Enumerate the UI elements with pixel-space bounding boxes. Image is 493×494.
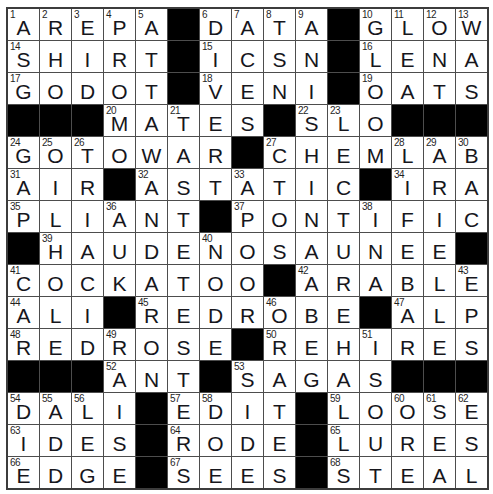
grid-cell[interactable]: 36A — [104, 201, 135, 232]
grid-cell[interactable]: 22S — [296, 105, 327, 136]
grid-cell[interactable]: 9A — [296, 9, 327, 40]
grid-cell[interactable]: E — [232, 73, 263, 104]
cell-letter: L — [328, 433, 359, 455]
grid-cell[interactable]: E — [200, 457, 231, 488]
grid-cell[interactable]: U — [360, 425, 391, 456]
cell-letter: T — [168, 369, 199, 391]
black-cell — [104, 169, 135, 200]
grid-cell[interactable]: H — [40, 41, 71, 72]
grid-cell[interactable]: R — [232, 297, 263, 328]
cell-letter: O — [360, 81, 391, 103]
cell-letter: T — [168, 273, 199, 295]
grid-cell[interactable]: 65L — [328, 425, 359, 456]
grid-cell[interactable]: K — [104, 265, 135, 296]
grid-cell[interactable]: 2R — [40, 9, 71, 40]
grid-cell[interactable]: E — [328, 297, 359, 328]
grid-cell[interactable]: A — [168, 137, 199, 168]
grid-cell[interactable]: N — [360, 233, 391, 264]
cell-letter: T — [264, 177, 295, 199]
grid-cell[interactable]: E — [232, 457, 263, 488]
grid-cell[interactable]: E — [72, 425, 103, 456]
cell-letter: G — [72, 465, 103, 487]
grid-cell[interactable]: R — [104, 41, 135, 72]
cell-letter: I — [296, 81, 327, 103]
grid-cell[interactable]: 48R — [8, 329, 39, 360]
grid-cell[interactable]: E — [168, 297, 199, 328]
cell-letter: W — [456, 17, 487, 39]
grid-cell[interactable]: O — [136, 329, 167, 360]
grid-cell[interactable]: 35P — [8, 201, 39, 232]
grid-cell[interactable]: 58D — [200, 393, 231, 424]
grid-cell[interactable]: M — [360, 137, 391, 168]
grid-cell[interactable]: 27C — [264, 137, 295, 168]
black-cell — [136, 393, 167, 424]
cell-letter: W — [136, 145, 167, 167]
grid-cell[interactable]: G — [296, 361, 327, 392]
grid-cell[interactable]: 8T — [264, 9, 295, 40]
grid-cell[interactable]: R — [200, 137, 231, 168]
cell-letter: L — [424, 273, 455, 295]
cell-letter: M — [104, 113, 135, 135]
grid-cell[interactable]: 63I — [8, 425, 39, 456]
grid-cell[interactable]: 21T — [168, 105, 199, 136]
cell-letter: S — [456, 337, 487, 359]
grid-cell[interactable]: E — [200, 105, 231, 136]
cell-letter: D — [72, 81, 103, 103]
grid-cell[interactable]: E — [424, 425, 455, 456]
grid-cell[interactable]: N — [136, 361, 167, 392]
grid-cell[interactable]: 29A — [424, 137, 455, 168]
grid-cell[interactable]: T — [200, 169, 231, 200]
grid-cell[interactable]: O — [40, 265, 71, 296]
grid-cell[interactable]: N — [296, 41, 327, 72]
grid-cell[interactable]: 28L — [392, 137, 423, 168]
grid-cell[interactable]: 18V — [200, 73, 231, 104]
grid-cell[interactable]: S — [232, 105, 263, 136]
cell-letter: E — [168, 401, 199, 423]
grid-cell[interactable]: S — [456, 425, 487, 456]
cell-letter: A — [424, 145, 455, 167]
black-cell — [328, 9, 359, 40]
cell-letter: S — [264, 49, 295, 71]
grid-cell[interactable]: S — [360, 361, 391, 392]
grid-cell[interactable]: S — [264, 457, 295, 488]
cell-letter: P — [232, 209, 263, 231]
cell-letter: O — [232, 273, 263, 295]
black-cell — [264, 265, 295, 296]
grid-cell[interactable]: S — [168, 169, 199, 200]
black-cell — [296, 457, 327, 488]
cell-letter: E — [40, 337, 71, 359]
cell-letter: D — [200, 305, 231, 327]
black-cell — [8, 105, 39, 136]
grid-cell[interactable]: O — [40, 73, 71, 104]
grid-cell[interactable]: T — [168, 201, 199, 232]
grid-cell[interactable]: T — [168, 361, 199, 392]
black-cell — [168, 41, 199, 72]
cell-letter: O — [104, 81, 135, 103]
grid-cell[interactable]: U — [104, 233, 135, 264]
grid-cell[interactable]: 66E — [8, 457, 39, 488]
cell-letter: L — [328, 401, 359, 423]
cell-letter: B — [296, 305, 327, 327]
black-cell — [264, 105, 295, 136]
grid-cell[interactable]: L — [40, 297, 71, 328]
grid-cell[interactable]: 31A — [8, 169, 39, 200]
cell-letter: P — [104, 17, 135, 39]
grid-cell[interactable]: 24G — [8, 137, 39, 168]
grid-cell[interactable]: T — [424, 73, 455, 104]
grid-cell[interactable]: A — [456, 41, 487, 72]
cell-letter: O — [40, 145, 71, 167]
cell-letter: R — [392, 337, 423, 359]
grid-cell[interactable]: S — [264, 233, 295, 264]
black-cell — [136, 425, 167, 456]
grid-cell[interactable]: A — [392, 73, 423, 104]
cell-letter: H — [296, 145, 327, 167]
grid-cell[interactable]: 33A — [232, 169, 263, 200]
cell-letter: O — [40, 273, 71, 295]
grid-cell[interactable]: D — [232, 425, 263, 456]
grid-cell[interactable]: 3E — [72, 9, 103, 40]
cell-letter: I — [40, 177, 71, 199]
grid-cell[interactable]: E — [200, 329, 231, 360]
cell-letter: O — [104, 145, 135, 167]
crossword-board: 1A2R3E4P5A6D7A8T9A10G11L12O13W14SHIRT15I… — [0, 0, 493, 490]
grid-cell[interactable]: 49R — [104, 329, 135, 360]
cell-letter: A — [8, 177, 39, 199]
cell-letter: S — [168, 337, 199, 359]
grid-cell[interactable]: A — [456, 169, 487, 200]
grid-cell[interactable]: 1A — [8, 9, 39, 40]
cell-letter: N — [296, 49, 327, 71]
grid-cell[interactable]: E — [392, 457, 423, 488]
grid-cell[interactable]: 55A — [40, 393, 71, 424]
cell-letter: I — [72, 49, 103, 71]
grid-cell[interactable]: 19O — [360, 73, 391, 104]
grid-cell[interactable]: 53S — [232, 361, 263, 392]
grid-cell[interactable]: 51I — [360, 329, 391, 360]
cell-letter: G — [360, 17, 391, 39]
grid-cell[interactable]: T — [136, 73, 167, 104]
grid-cell[interactable]: A — [136, 265, 167, 296]
grid-cell[interactable]: E — [40, 329, 71, 360]
grid-cell[interactable]: 14S — [8, 41, 39, 72]
cell-letter: L — [360, 49, 391, 71]
cell-letter: C — [264, 145, 295, 167]
cell-letter: B — [456, 145, 487, 167]
cell-letter: R — [168, 433, 199, 455]
grid-cell[interactable]: 15I — [200, 41, 231, 72]
grid-cell[interactable]: 32A — [136, 169, 167, 200]
grid-cell[interactable]: 64R — [168, 425, 199, 456]
grid-cell[interactable]: S — [264, 41, 295, 72]
cell-letter: F — [392, 209, 423, 231]
grid-cell[interactable]: S — [456, 73, 487, 104]
cell-letter: E — [424, 337, 455, 359]
grid-cell[interactable]: R — [392, 425, 423, 456]
black-cell — [424, 105, 455, 136]
black-cell — [200, 201, 231, 232]
grid-cell[interactable]: 40N — [200, 233, 231, 264]
grid-cell[interactable]: E — [296, 329, 327, 360]
grid-cell[interactable]: F — [392, 201, 423, 232]
cell-letter: S — [232, 369, 263, 391]
cell-letter: S — [456, 81, 487, 103]
grid-cell[interactable]: R — [72, 169, 103, 200]
cell-letter: S — [328, 465, 359, 487]
grid-cell[interactable]: H — [328, 329, 359, 360]
grid-cell[interactable]: A — [136, 105, 167, 136]
grid-cell[interactable]: G — [72, 457, 103, 488]
grid-cell[interactable]: 23L — [328, 105, 359, 136]
cell-letter: O — [40, 81, 71, 103]
cell-letter: D — [232, 433, 263, 455]
grid-cell[interactable]: O — [232, 233, 263, 264]
black-cell — [168, 9, 199, 40]
crossword-grid: 1A2R3E4P5A6D7A8T9A10G11L12O13W14SHIRT15I… — [6, 7, 489, 490]
grid-cell[interactable]: I — [232, 393, 263, 424]
cell-letter: T — [328, 209, 359, 231]
cell-letter: D — [200, 17, 231, 39]
grid-cell[interactable]: 37P — [232, 201, 263, 232]
grid-cell[interactable]: 62E — [456, 393, 487, 424]
grid-cell[interactable]: 42A — [296, 265, 327, 296]
cell-letter: E — [328, 305, 359, 327]
cell-letter: V — [200, 81, 231, 103]
grid-cell[interactable]: O — [104, 137, 135, 168]
grid-cell[interactable]: I — [296, 169, 327, 200]
cell-letter: E — [456, 401, 487, 423]
grid-cell[interactable]: N — [296, 201, 327, 232]
cell-letter: T — [136, 49, 167, 71]
grid-cell[interactable]: 52A — [104, 361, 135, 392]
grid-cell[interactable]: 56L — [72, 393, 103, 424]
grid-cell[interactable]: B — [296, 297, 327, 328]
grid-cell[interactable]: O — [232, 265, 263, 296]
grid-cell[interactable]: 39H — [40, 233, 71, 264]
grid-cell[interactable]: D — [72, 329, 103, 360]
grid-cell[interactable]: A — [296, 233, 327, 264]
grid-cell[interactable]: E — [424, 329, 455, 360]
grid-cell[interactable]: 54D — [8, 393, 39, 424]
cell-letter: N — [264, 81, 295, 103]
grid-cell[interactable]: E — [424, 233, 455, 264]
cell-letter: G — [8, 145, 39, 167]
grid-cell[interactable]: I — [72, 201, 103, 232]
grid-cell[interactable]: R — [328, 265, 359, 296]
grid-cell[interactable]: 34I — [392, 169, 423, 200]
grid-cell[interactable]: T — [264, 393, 295, 424]
grid-cell[interactable]: 12O — [424, 9, 455, 40]
cell-letter: S — [104, 433, 135, 455]
cell-letter: L — [392, 17, 423, 39]
grid-cell[interactable]: T — [264, 169, 295, 200]
grid-cell[interactable]: A — [72, 233, 103, 264]
grid-cell[interactable]: O — [360, 105, 391, 136]
grid-cell[interactable]: 10G — [360, 9, 391, 40]
black-cell — [328, 73, 359, 104]
grid-cell[interactable]: 44A — [8, 297, 39, 328]
grid-cell[interactable]: 20M — [104, 105, 135, 136]
cell-letter: R — [232, 305, 263, 327]
grid-cell[interactable]: L — [424, 265, 455, 296]
grid-cell[interactable]: D — [200, 297, 231, 328]
grid-cell[interactable]: 59L — [328, 393, 359, 424]
grid-cell[interactable]: C — [232, 41, 263, 72]
grid-cell[interactable]: I — [296, 73, 327, 104]
grid-cell[interactable]: 6D — [200, 9, 231, 40]
grid-cell[interactable]: S — [168, 329, 199, 360]
grid-cell[interactable]: 67S — [168, 457, 199, 488]
grid-cell[interactable]: I — [424, 201, 455, 232]
grid-cell[interactable]: D — [72, 73, 103, 104]
grid-cell[interactable]: D — [40, 457, 71, 488]
cell-letter: U — [104, 241, 135, 263]
grid-cell[interactable]: D — [40, 425, 71, 456]
cell-letter: O — [264, 305, 295, 327]
grid-cell[interactable]: O — [264, 201, 295, 232]
grid-cell[interactable]: S — [456, 329, 487, 360]
grid-cell[interactable]: E — [104, 457, 135, 488]
cell-letter: E — [200, 465, 231, 487]
cell-letter: E — [200, 113, 231, 135]
grid-cell[interactable]: E — [392, 41, 423, 72]
grid-cell[interactable]: C — [456, 201, 487, 232]
cell-letter: D — [200, 401, 231, 423]
grid-cell[interactable]: E — [264, 425, 295, 456]
cell-letter: O — [200, 273, 231, 295]
grid-cell[interactable]: C — [72, 265, 103, 296]
grid-cell[interactable]: 4P — [104, 9, 135, 40]
grid-cell[interactable]: H — [296, 137, 327, 168]
cell-letter: L — [72, 401, 103, 423]
grid-cell[interactable]: T — [136, 41, 167, 72]
cell-letter: S — [296, 113, 327, 135]
black-cell — [232, 329, 263, 360]
grid-cell[interactable]: 7A — [232, 9, 263, 40]
cell-letter: T — [168, 209, 199, 231]
cell-letter: A — [136, 113, 167, 135]
cell-letter: S — [264, 465, 295, 487]
cell-letter: R — [200, 145, 231, 167]
grid-cell[interactable]: S — [104, 425, 135, 456]
grid-cell[interactable]: L — [456, 457, 487, 488]
grid-cell[interactable]: N — [424, 41, 455, 72]
grid-cell[interactable]: 16L — [360, 41, 391, 72]
grid-cell[interactable]: I — [104, 393, 135, 424]
grid-cell[interactable]: D — [136, 233, 167, 264]
grid-cell[interactable]: 5A — [136, 9, 167, 40]
grid-cell[interactable]: T — [168, 265, 199, 296]
cell-letter: O — [264, 209, 295, 231]
cell-letter: S — [168, 177, 199, 199]
grid-cell[interactable]: 68S — [328, 457, 359, 488]
black-cell — [168, 73, 199, 104]
grid-cell[interactable]: P — [456, 297, 487, 328]
grid-cell[interactable]: R — [424, 169, 455, 200]
grid-cell[interactable]: E — [328, 137, 359, 168]
grid-cell[interactable]: 50R — [264, 329, 295, 360]
grid-cell[interactable]: 61S — [424, 393, 455, 424]
cell-letter: N — [296, 209, 327, 231]
cell-letter: E — [328, 145, 359, 167]
cell-letter: T — [136, 81, 167, 103]
black-cell — [392, 105, 423, 136]
grid-cell[interactable]: O — [104, 73, 135, 104]
cell-letter: I — [392, 177, 423, 199]
cell-letter: L — [424, 305, 455, 327]
cell-letter: E — [456, 273, 487, 295]
cell-letter: A — [104, 209, 135, 231]
grid-cell[interactable]: O — [360, 393, 391, 424]
grid-cell[interactable]: 45R — [136, 297, 167, 328]
cell-letter: L — [40, 209, 71, 231]
grid-cell[interactable]: A — [328, 361, 359, 392]
grid-cell[interactable]: T — [328, 201, 359, 232]
cell-letter: O — [424, 17, 455, 39]
grid-cell[interactable]: L — [424, 297, 455, 328]
grid-cell[interactable]: 60O — [392, 393, 423, 424]
grid-cell[interactable]: C — [328, 169, 359, 200]
grid-cell[interactable]: 11L — [392, 9, 423, 40]
grid-cell[interactable]: T — [360, 457, 391, 488]
black-cell — [104, 297, 135, 328]
grid-cell[interactable]: O — [200, 265, 231, 296]
grid-cell[interactable]: 17G — [8, 73, 39, 104]
grid-cell[interactable]: 57E — [168, 393, 199, 424]
grid-cell[interactable]: 47A — [392, 297, 423, 328]
grid-cell[interactable]: N — [136, 201, 167, 232]
grid-cell[interactable]: R — [392, 329, 423, 360]
grid-cell[interactable]: E — [168, 233, 199, 264]
grid-cell[interactable]: 43E — [456, 265, 487, 296]
grid-cell[interactable]: E — [392, 233, 423, 264]
grid-cell[interactable]: 41C — [8, 265, 39, 296]
grid-cell[interactable]: A — [424, 457, 455, 488]
cell-letter: E — [200, 337, 231, 359]
cell-letter: D — [72, 337, 103, 359]
grid-cell[interactable]: L — [40, 201, 71, 232]
grid-cell[interactable]: 38I — [360, 201, 391, 232]
grid-cell[interactable]: U — [328, 233, 359, 264]
grid-cell[interactable]: I — [72, 41, 103, 72]
cell-letter: T — [72, 145, 103, 167]
grid-cell[interactable]: 13W — [456, 9, 487, 40]
cell-letter: I — [8, 433, 39, 455]
grid-cell[interactable]: A — [264, 361, 295, 392]
grid-cell[interactable]: A — [360, 265, 391, 296]
cell-letter: C — [8, 273, 39, 295]
cell-letter: D — [40, 433, 71, 455]
cell-letter: E — [168, 241, 199, 263]
grid-cell[interactable]: 26T — [72, 137, 103, 168]
grid-cell[interactable]: 30B — [456, 137, 487, 168]
grid-cell[interactable]: O — [200, 425, 231, 456]
cell-letter: D — [8, 401, 39, 423]
cell-letter: I — [200, 49, 231, 71]
grid-cell[interactable]: 46O — [264, 297, 295, 328]
grid-cell[interactable]: I — [72, 297, 103, 328]
grid-cell[interactable]: 25O — [40, 137, 71, 168]
cell-letter: E — [72, 17, 103, 39]
grid-cell[interactable]: B — [392, 265, 423, 296]
grid-cell[interactable]: W — [136, 137, 167, 168]
grid-cell[interactable]: N — [264, 73, 295, 104]
grid-cell[interactable]: I — [40, 169, 71, 200]
black-cell — [200, 361, 231, 392]
cell-letter: E — [424, 433, 455, 455]
